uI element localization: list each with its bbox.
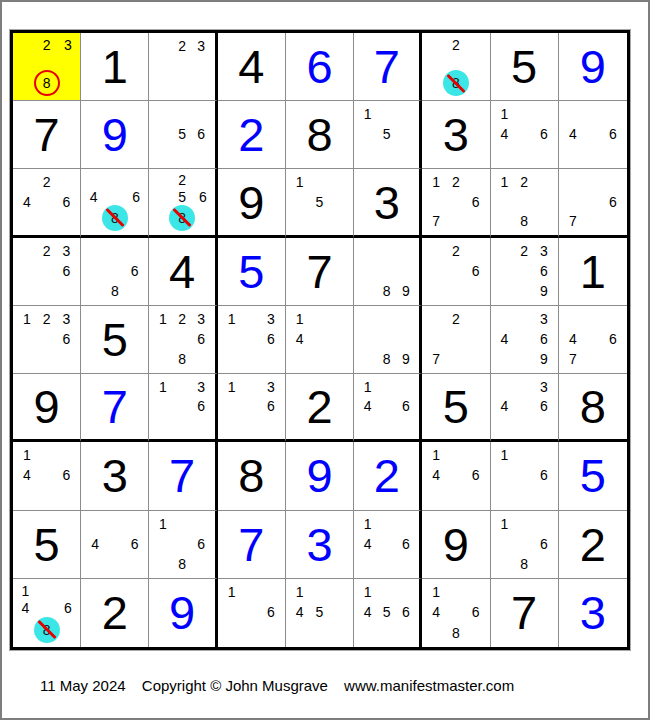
candidate-slot-4 <box>153 329 172 349</box>
candidate-slot-2 <box>37 445 57 465</box>
cell-r9c7[interactable]: 1468 <box>422 579 490 647</box>
candidate-slot-8: 8 <box>377 281 396 301</box>
candidate-slot-7 <box>153 349 172 369</box>
candidate-slot-4: 4 <box>358 397 377 416</box>
candidate-slot-8: 8 <box>169 205 195 231</box>
candidate-slot-7: 7 <box>426 211 446 230</box>
candidate-slot-4: 4 <box>290 329 310 349</box>
candidate-slot-7 <box>222 623 242 643</box>
candidate-slot-8: 8 <box>446 623 466 643</box>
cell-value-given: 7 <box>34 111 60 158</box>
candidate-slot-1 <box>85 241 105 261</box>
candidate-6: 6 <box>540 537 548 551</box>
cell-r6c9[interactable]: 8 <box>559 374 627 442</box>
candidate-6: 6 <box>62 332 70 346</box>
candidate-slot-6 <box>329 602 349 622</box>
candidate-6: 6 <box>540 399 548 413</box>
candidate-4: 4 <box>364 537 372 551</box>
candidate-slot-1 <box>153 104 172 124</box>
candidate-slot-1: 1 <box>426 172 446 191</box>
candidate-slot-5 <box>173 329 192 349</box>
candidate-slot-9 <box>60 617 77 643</box>
cell-r9c4[interactable]: 16 <box>218 579 286 647</box>
cell-r2c5[interactable]: 8 <box>286 101 354 169</box>
candidate-slot-5 <box>377 397 396 416</box>
candidate-slot-3 <box>469 36 486 53</box>
cell-r4c6[interactable]: 89 <box>354 238 422 306</box>
candidate-slot-9 <box>534 144 554 164</box>
cell-r5c6[interactable]: 89 <box>354 306 422 374</box>
cell-r6c3[interactable]: 136 <box>149 374 217 442</box>
cell-r2c8[interactable]: 146 <box>491 101 559 169</box>
cell-r7c6[interactable]: 2 <box>354 442 422 510</box>
candidate-grid: 1468 <box>13 579 80 647</box>
candidate-5: 5 <box>316 195 324 209</box>
candidate-grid: 236 <box>13 238 80 305</box>
candidate-4: 4 <box>90 190 98 204</box>
candidate-slot-5 <box>514 465 534 485</box>
candidate-slot-8 <box>310 211 330 230</box>
cell-r1c3[interactable]: 23 <box>149 33 217 101</box>
candidate-slot-6: 6 <box>192 397 211 416</box>
candidate-slot-1 <box>17 241 37 261</box>
candidate-slot-9 <box>534 416 554 435</box>
candidate-6: 6 <box>609 127 617 141</box>
candidate-slot-7 <box>495 144 515 164</box>
candidate-slot-8 <box>446 211 466 230</box>
candidate-slot-5 <box>583 329 603 349</box>
candidate-slot-8 <box>310 349 330 369</box>
candidate-slot-4: 4 <box>85 189 102 205</box>
candidate-slot-1 <box>153 36 172 56</box>
candidate-3: 3 <box>267 380 275 394</box>
candidate-4: 4 <box>501 127 509 141</box>
candidate-slot-7 <box>358 416 377 435</box>
candidate-slot-3 <box>128 172 145 188</box>
cell-r3c6[interactable]: 3 <box>354 169 422 237</box>
candidate-4: 4 <box>364 605 372 619</box>
candidate-slot-2 <box>241 309 261 329</box>
candidate-4: 4 <box>432 468 440 482</box>
candidate-slot-6: 6 <box>396 397 415 416</box>
cell-r1c7[interactable]: 28 <box>422 33 490 101</box>
cell-r5c5[interactable]: 14 <box>286 306 354 374</box>
cell-r1c5[interactable]: 6 <box>286 33 354 101</box>
candidate-grid: 56 <box>149 101 214 168</box>
candidate-slot-7 <box>563 144 583 164</box>
cell-r8c8[interactable]: 168 <box>491 511 559 579</box>
cell-r3c4[interactable]: 9 <box>218 169 286 237</box>
candidate-slot-9 <box>329 623 349 643</box>
cell-value-given: 4 <box>238 43 264 90</box>
candidate-slot-5 <box>443 53 469 70</box>
candidate-slot-5: 5 <box>377 124 396 144</box>
cell-r9c1[interactable]: 1468 <box>13 579 81 647</box>
cell-r1c1[interactable]: 238 <box>13 33 81 101</box>
candidate-slot-7 <box>17 281 37 301</box>
candidate-7: 7 <box>432 214 440 228</box>
candidate-slot-5: 5 <box>310 192 330 211</box>
candidate-slot-3 <box>466 445 486 465</box>
candidate-3: 3 <box>197 39 205 53</box>
cell-r7c5[interactable]: 9 <box>286 442 354 510</box>
candidate-slot-5 <box>446 465 466 485</box>
candidate-slot-8: 8 <box>514 211 534 230</box>
candidate-slot-1 <box>426 36 443 53</box>
candidate-slot-2 <box>377 104 396 124</box>
candidate-slot-5 <box>37 192 57 211</box>
cell-r6c6[interactable]: 146 <box>354 374 422 442</box>
cell-value-solved: 7 <box>238 521 264 568</box>
candidate-slot-9 <box>329 211 349 230</box>
candidate-6: 6 <box>197 537 205 551</box>
candidate-slot-4: 4 <box>17 599 34 617</box>
candidate-grid: 468 <box>81 169 148 234</box>
candidate-slot-2 <box>583 309 603 329</box>
cell-r3c3[interactable]: 2568 <box>149 169 217 237</box>
candidate-slot-1: 1 <box>17 445 37 465</box>
cell-r7c7[interactable]: 146 <box>422 442 490 510</box>
candidate-slot-9 <box>261 623 281 643</box>
candidate-slot-3 <box>329 172 349 191</box>
candidate-8: 8 <box>178 352 186 366</box>
candidate-slot-3 <box>396 241 415 261</box>
candidate-slot-4: 4 <box>290 602 310 622</box>
candidate-slot-1 <box>358 241 377 261</box>
cell-r2c2[interactable]: 9 <box>81 101 149 169</box>
candidate-slot-5 <box>34 599 60 617</box>
cell-r6c1[interactable]: 9 <box>13 374 81 442</box>
candidate-4: 4 <box>569 332 577 346</box>
cell-r3c1[interactable]: 246 <box>13 169 81 237</box>
cell-r1c2[interactable]: 1 <box>81 33 149 101</box>
candidate-slot-8: 8 <box>514 554 534 574</box>
cell-r2c1[interactable]: 7 <box>13 101 81 169</box>
candidate-grid: 146 <box>491 101 558 168</box>
cell-r7c1[interactable]: 146 <box>13 442 81 510</box>
cell-r6c7[interactable]: 5 <box>422 374 490 442</box>
candidate-slot-1: 1 <box>495 104 515 124</box>
cell-r3c9[interactable]: 67 <box>559 169 627 237</box>
candidate-5: 5 <box>316 605 324 619</box>
cell-r8c2[interactable]: 46 <box>81 511 149 579</box>
cell-r8c3[interactable]: 168 <box>149 511 217 579</box>
candidate-slot-2: 2 <box>446 309 466 329</box>
candidate-slot-4 <box>153 397 172 416</box>
candidate-1: 1 <box>501 517 509 531</box>
candidate-slot-3 <box>396 582 415 602</box>
cell-value-given: 1 <box>580 248 606 295</box>
candidate-slot-9 <box>603 211 623 230</box>
candidate-slot-1: 1 <box>495 172 515 191</box>
candidate-slot-3 <box>396 104 415 124</box>
candidate-grid: 15 <box>286 169 353 234</box>
cell-r9c8[interactable]: 7 <box>491 579 559 647</box>
candidate-slot-8 <box>37 485 57 505</box>
cell-value-solved: 2 <box>238 111 264 158</box>
candidate-slot-6: 6 <box>60 599 77 617</box>
cell-r4c3[interactable]: 4 <box>149 238 217 306</box>
cell-value-given: 5 <box>102 316 128 363</box>
cell-r9c5[interactable]: 145 <box>286 579 354 647</box>
candidate-slot-1 <box>85 514 105 534</box>
candidate-4: 4 <box>569 127 577 141</box>
candidate-slot-6: 6 <box>534 329 554 349</box>
candidate-slot-9 <box>192 416 211 435</box>
candidate-slot-4: 4 <box>358 534 377 554</box>
cell-r3c2[interactable]: 468 <box>81 169 149 237</box>
candidate-slot-3 <box>329 582 349 602</box>
cell-value-given: 4 <box>169 248 195 295</box>
candidate-slot-7 <box>426 70 443 96</box>
cell-r4c1[interactable]: 236 <box>13 238 81 306</box>
candidate-slot-5 <box>241 329 261 349</box>
candidate-slot-9 <box>261 416 281 435</box>
candidate-slot-6: 6 <box>125 261 145 281</box>
candidate-slot-6 <box>466 329 486 349</box>
candidate-slot-9: 9 <box>396 349 415 369</box>
candidate-3: 3 <box>62 312 70 326</box>
candidate-2: 2 <box>452 312 460 326</box>
candidate-6: 6 <box>64 601 72 615</box>
candidate-6: 6 <box>402 605 410 619</box>
candidate-slot-9 <box>466 211 486 230</box>
candidate-6: 6 <box>472 468 480 482</box>
candidate-slot-3 <box>534 104 554 124</box>
candidate-slot-2 <box>173 514 192 534</box>
candidate-slot-1 <box>495 377 515 396</box>
candidate-slot-4 <box>153 56 172 76</box>
candidate-9: 9 <box>540 284 548 298</box>
candidate-grid: 15 <box>354 101 419 168</box>
candidate-slot-9 <box>195 205 211 231</box>
candidate-7: 7 <box>569 352 577 366</box>
candidate-slot-2 <box>377 377 396 396</box>
candidate-slot-6: 6 <box>192 329 211 349</box>
candidate-3: 3 <box>197 312 205 326</box>
candidate-slot-8: 8 <box>377 349 396 369</box>
candidate-slot-7 <box>426 281 446 301</box>
candidate-grid: 2568 <box>149 169 214 234</box>
cell-r5c9[interactable]: 467 <box>559 306 627 374</box>
cell-r5c2[interactable]: 5 <box>81 306 149 374</box>
candidate-slot-7 <box>85 554 105 574</box>
candidate-slot-3 <box>396 514 415 534</box>
candidate-grid: 2369 <box>491 238 558 305</box>
candidate-slot-8: 8 <box>105 281 125 301</box>
candidate-6: 6 <box>197 399 205 413</box>
cell-r5c4[interactable]: 136 <box>218 306 286 374</box>
candidate-grid: 238 <box>13 33 80 100</box>
cell-r3c7[interactable]: 1267 <box>422 169 490 237</box>
candidate-6: 6 <box>472 264 480 278</box>
candidate-slot-2: 2 <box>173 36 192 56</box>
cell-r9c2[interactable]: 2 <box>81 579 149 647</box>
candidate-slot-4: 4 <box>17 192 37 211</box>
cell-r7c8[interactable]: 16 <box>491 442 559 510</box>
cell-r4c2[interactable]: 68 <box>81 238 149 306</box>
candidate-grid: 1456 <box>354 579 419 647</box>
cell-value-solved: 9 <box>306 452 332 499</box>
candidate-slot-9 <box>128 205 145 231</box>
cell-r7c4[interactable]: 8 <box>218 442 286 510</box>
cell-value-solved: 7 <box>102 383 128 430</box>
cell-r6c4[interactable]: 136 <box>218 374 286 442</box>
candidate-slot-8: 8 <box>443 70 469 96</box>
candidate-slot-9 <box>466 349 486 369</box>
candidate-slot-6: 6 <box>603 192 623 211</box>
cell-value-given: 7 <box>511 589 537 636</box>
candidate-4: 4 <box>364 399 372 413</box>
candidate-grid: 3469 <box>491 306 558 373</box>
cell-r5c8[interactable]: 3469 <box>491 306 559 374</box>
cell-r8c6[interactable]: 146 <box>354 511 422 579</box>
candidate-2: 2 <box>452 38 460 52</box>
candidate-6: 6 <box>540 127 548 141</box>
candidate-8: 8 <box>452 626 460 640</box>
candidate-slot-3 <box>56 172 76 191</box>
candidate-slot-7 <box>153 205 169 231</box>
candidate-6: 6 <box>472 195 480 209</box>
candidate-5: 5 <box>383 127 391 141</box>
candidate-slot-6 <box>329 192 349 211</box>
candidate-slot-4: 4 <box>495 397 515 416</box>
candidate-slot-7 <box>17 485 37 505</box>
cell-r3c5[interactable]: 15 <box>286 169 354 237</box>
cell-value-solved: 5 <box>580 452 606 499</box>
candidate-slot-6: 6 <box>261 329 281 349</box>
candidate-slot-7 <box>495 485 515 505</box>
candidate-slot-3: 3 <box>261 377 281 396</box>
candidate-6: 6 <box>62 468 70 482</box>
candidate-4: 4 <box>296 332 304 346</box>
candidate-6: 6 <box>609 332 617 346</box>
candidate-slot-6 <box>469 53 486 70</box>
candidate-2: 2 <box>43 312 51 326</box>
candidate-grid: 145 <box>286 579 353 647</box>
candidate-8: 8 <box>111 284 119 298</box>
candidate-slot-1 <box>495 309 515 329</box>
cell-r4c7[interactable]: 26 <box>422 238 490 306</box>
candidate-4: 4 <box>432 605 440 619</box>
candidate-slot-2: 2 <box>514 241 534 261</box>
cell-r5c1[interactable]: 1236 <box>13 306 81 374</box>
candidate-grid: 16 <box>218 579 285 647</box>
cell-r7c9[interactable]: 5 <box>559 442 627 510</box>
candidate-slot-8 <box>241 416 261 435</box>
candidate-slot-7 <box>222 349 242 369</box>
candidate-6: 6 <box>62 195 70 209</box>
cell-r2c4[interactable]: 2 <box>218 101 286 169</box>
cell-r8c4[interactable]: 7 <box>218 511 286 579</box>
candidate-slot-1 <box>358 309 377 329</box>
cell-r5c3[interactable]: 12368 <box>149 306 217 374</box>
candidate-grid: 12368 <box>149 306 214 373</box>
candidate-slot-6: 6 <box>56 329 76 349</box>
cell-r8c9[interactable]: 2 <box>559 511 627 579</box>
cell-r3c8[interactable]: 128 <box>491 169 559 237</box>
candidate-slot-7 <box>290 623 310 643</box>
candidate-1: 1 <box>159 517 167 531</box>
candidate-slot-5 <box>377 329 396 349</box>
cell-r1c4[interactable]: 4 <box>218 33 286 101</box>
candidate-slot-1: 1 <box>290 582 310 602</box>
candidate-slot-6: 6 <box>56 465 76 485</box>
candidate-grid: 168 <box>491 511 558 578</box>
candidate-slot-1 <box>563 309 583 329</box>
candidate-slot-7 <box>153 144 172 164</box>
candidate-slot-3 <box>534 514 554 534</box>
cell-r7c3[interactable]: 7 <box>149 442 217 510</box>
candidate-slot-4: 4 <box>495 329 515 349</box>
cell-r2c7[interactable]: 3 <box>422 101 490 169</box>
candidate-slot-1: 1 <box>153 309 172 329</box>
candidate-slot-9 <box>534 554 554 574</box>
candidate-slot-2 <box>241 377 261 396</box>
cell-r4c8[interactable]: 2369 <box>491 238 559 306</box>
candidate-slot-7 <box>358 349 377 369</box>
candidate-slot-6: 6 <box>534 534 554 554</box>
candidate-slot-6: 6 <box>128 189 145 205</box>
cell-r5c7[interactable]: 27 <box>422 306 490 374</box>
candidate-2: 2 <box>43 38 51 52</box>
candidate-4: 4 <box>23 468 31 482</box>
candidate-1: 1 <box>21 584 29 598</box>
candidate-8: 8 <box>520 557 528 571</box>
cell-r8c7[interactable]: 9 <box>422 511 490 579</box>
candidate-slot-8 <box>173 76 192 96</box>
cell-r8c1[interactable]: 5 <box>13 511 81 579</box>
cell-r1c6[interactable]: 7 <box>354 33 422 101</box>
candidate-slot-9 <box>466 623 486 643</box>
cell-r6c8[interactable]: 346 <box>491 374 559 442</box>
candidate-slot-3: 3 <box>261 309 281 329</box>
candidate-4: 4 <box>23 195 31 209</box>
candidate-slot-5 <box>514 397 534 416</box>
candidate-slot-7 <box>495 211 515 230</box>
candidate-slot-8 <box>583 211 603 230</box>
cell-r9c6[interactable]: 1456 <box>354 579 422 647</box>
cell-r2c9[interactable]: 46 <box>559 101 627 169</box>
candidate-slot-4 <box>358 329 377 349</box>
candidate-slot-8 <box>173 416 192 435</box>
cell-r1c9[interactable]: 9 <box>559 33 627 101</box>
candidate-3: 3 <box>540 244 548 258</box>
cell-r7c2[interactable]: 3 <box>81 442 149 510</box>
cell-r4c9[interactable]: 1 <box>559 238 627 306</box>
candidate-1: 1 <box>432 585 440 599</box>
candidate-slot-1: 1 <box>358 582 377 602</box>
cell-r1c8[interactable]: 5 <box>491 33 559 101</box>
cell-r9c9[interactable]: 3 <box>559 579 627 647</box>
candidate-grid: 67 <box>559 169 627 234</box>
cell-r6c5[interactable]: 2 <box>286 374 354 442</box>
cell-r2c3[interactable]: 56 <box>149 101 217 169</box>
cell-r4c4[interactable]: 5 <box>218 238 286 306</box>
cell-r9c3[interactable]: 9 <box>149 579 217 647</box>
candidate-slot-7 <box>495 281 515 301</box>
candidate-2: 2 <box>452 244 460 258</box>
candidate-slot-7 <box>358 623 377 643</box>
candidate-slot-8 <box>446 281 466 301</box>
cell-r2c6[interactable]: 15 <box>354 101 422 169</box>
candidate-grid: 146 <box>354 511 419 578</box>
candidate-slot-2: 2 <box>34 36 60 53</box>
cell-r4c5[interactable]: 7 <box>286 238 354 306</box>
candidate-slot-8 <box>583 349 603 369</box>
cell-r8c5[interactable]: 3 <box>286 511 354 579</box>
cell-r6c2[interactable]: 7 <box>81 374 149 442</box>
